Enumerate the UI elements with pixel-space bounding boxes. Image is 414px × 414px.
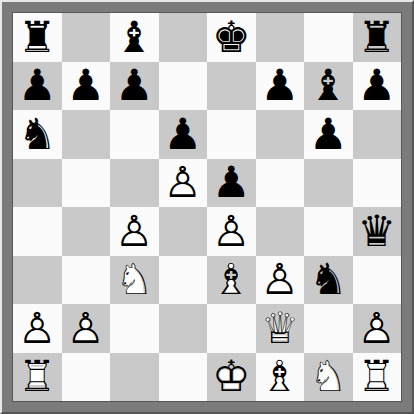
piece-white-knight-fill: ♞ — [110, 256, 159, 305]
piece-white-knight-fill: ♞ — [304, 353, 353, 402]
square-b5[interactable] — [62, 159, 111, 208]
piece-white-queen-fill: ♛ — [256, 304, 305, 353]
piece-white-pawn-icon: ♙ — [159, 159, 208, 208]
square-f2[interactable]: ♛♕ — [256, 304, 305, 353]
piece-white-king-fill: ♚ — [207, 353, 256, 402]
square-e5[interactable]: ♟ — [207, 159, 256, 208]
square-e4[interactable]: ♟♙ — [207, 207, 256, 256]
square-d2[interactable] — [159, 304, 208, 353]
square-a7[interactable]: ♟ — [13, 62, 62, 111]
square-h4[interactable]: ♛ — [353, 207, 402, 256]
square-c7[interactable]: ♟ — [110, 62, 159, 111]
piece-black-queen-icon: ♛ — [353, 207, 402, 256]
square-g7[interactable]: ♝ — [304, 62, 353, 111]
board-frame: ♜♝♚♜♟♟♟♟♝♟♞♟♟♟♙♟♟♙♟♙♛♞♘♝♗♟♙♞♟♙♟♙♛♕♟♙♜♖♚♔… — [0, 0, 414, 414]
piece-white-pawn-fill: ♟ — [13, 304, 62, 353]
square-d4[interactable] — [159, 207, 208, 256]
square-b3[interactable] — [62, 256, 111, 305]
piece-white-pawn-fill: ♟ — [256, 256, 305, 305]
piece-black-bishop-icon: ♝ — [110, 13, 159, 62]
square-b4[interactable] — [62, 207, 111, 256]
square-b1[interactable] — [62, 353, 111, 402]
square-g4[interactable] — [304, 207, 353, 256]
square-g2[interactable] — [304, 304, 353, 353]
piece-white-rook-icon: ♖ — [353, 353, 402, 402]
piece-white-pawn-icon: ♙ — [353, 304, 402, 353]
square-b7[interactable]: ♟ — [62, 62, 111, 111]
piece-black-rook-icon: ♜ — [353, 13, 402, 62]
piece-black-knight-icon: ♞ — [304, 256, 353, 305]
piece-black-pawn-icon: ♟ — [256, 62, 305, 111]
square-e7[interactable] — [207, 62, 256, 111]
square-c2[interactable] — [110, 304, 159, 353]
piece-white-knight-icon: ♘ — [304, 353, 353, 402]
square-b6[interactable] — [62, 110, 111, 159]
square-g1[interactable]: ♞♘ — [304, 353, 353, 402]
piece-white-pawn-icon: ♙ — [256, 256, 305, 305]
square-a5[interactable] — [13, 159, 62, 208]
piece-black-pawn-icon: ♟ — [62, 62, 111, 111]
piece-black-rook-icon: ♜ — [13, 13, 62, 62]
piece-black-pawn-icon: ♟ — [159, 110, 208, 159]
square-h7[interactable]: ♟ — [353, 62, 402, 111]
piece-black-king-icon: ♚ — [207, 13, 256, 62]
square-h5[interactable] — [353, 159, 402, 208]
square-h3[interactable] — [353, 256, 402, 305]
piece-black-pawn-icon: ♟ — [110, 62, 159, 111]
piece-white-bishop-fill: ♝ — [256, 353, 305, 402]
square-c1[interactable] — [110, 353, 159, 402]
square-h2[interactable]: ♟♙ — [353, 304, 402, 353]
piece-black-pawn-icon: ♟ — [207, 159, 256, 208]
square-f1[interactable]: ♝♗ — [256, 353, 305, 402]
piece-white-queen-icon: ♕ — [256, 304, 305, 353]
piece-white-pawn-fill: ♟ — [207, 207, 256, 256]
square-f3[interactable]: ♟♙ — [256, 256, 305, 305]
piece-white-pawn-icon: ♙ — [13, 304, 62, 353]
square-e1[interactable]: ♚♔ — [207, 353, 256, 402]
square-f4[interactable] — [256, 207, 305, 256]
square-e8[interactable]: ♚ — [207, 13, 256, 62]
piece-black-knight-icon: ♞ — [13, 110, 62, 159]
piece-white-king-icon: ♔ — [207, 353, 256, 402]
piece-white-bishop-fill: ♝ — [207, 256, 256, 305]
square-c8[interactable]: ♝ — [110, 13, 159, 62]
square-f7[interactable]: ♟ — [256, 62, 305, 111]
square-h1[interactable]: ♜♖ — [353, 353, 402, 402]
square-b8[interactable] — [62, 13, 111, 62]
square-g5[interactable] — [304, 159, 353, 208]
square-g3[interactable]: ♞ — [304, 256, 353, 305]
square-a1[interactable]: ♜♖ — [13, 353, 62, 402]
square-e6[interactable] — [207, 110, 256, 159]
square-g8[interactable] — [304, 13, 353, 62]
piece-white-pawn-icon: ♙ — [207, 207, 256, 256]
square-d1[interactable] — [159, 353, 208, 402]
piece-white-pawn-fill: ♟ — [159, 159, 208, 208]
piece-white-rook-icon: ♖ — [13, 353, 62, 402]
square-d7[interactable] — [159, 62, 208, 111]
piece-white-pawn-fill: ♟ — [62, 304, 111, 353]
piece-white-bishop-icon: ♗ — [256, 353, 305, 402]
piece-white-knight-icon: ♘ — [110, 256, 159, 305]
piece-white-pawn-icon: ♙ — [62, 304, 111, 353]
piece-white-pawn-fill: ♟ — [110, 207, 159, 256]
square-a3[interactable] — [13, 256, 62, 305]
square-d5[interactable]: ♟♙ — [159, 159, 208, 208]
piece-black-pawn-icon: ♟ — [13, 62, 62, 111]
square-d6[interactable]: ♟ — [159, 110, 208, 159]
square-d8[interactable] — [159, 13, 208, 62]
square-a8[interactable]: ♜ — [13, 13, 62, 62]
piece-white-rook-fill: ♜ — [13, 353, 62, 402]
square-a4[interactable] — [13, 207, 62, 256]
piece-black-pawn-icon: ♟ — [304, 110, 353, 159]
square-b2[interactable]: ♟♙ — [62, 304, 111, 353]
piece-white-bishop-icon: ♗ — [207, 256, 256, 305]
square-f8[interactable] — [256, 13, 305, 62]
square-d3[interactable] — [159, 256, 208, 305]
square-a6[interactable]: ♞ — [13, 110, 62, 159]
square-h6[interactable] — [353, 110, 402, 159]
chessboard: ♜♝♚♜♟♟♟♟♝♟♞♟♟♟♙♟♟♙♟♙♛♞♘♝♗♟♙♞♟♙♟♙♛♕♟♙♜♖♚♔… — [13, 13, 401, 401]
piece-black-pawn-icon: ♟ — [353, 62, 402, 111]
square-e2[interactable] — [207, 304, 256, 353]
square-f5[interactable] — [256, 159, 305, 208]
piece-white-pawn-fill: ♟ — [353, 304, 402, 353]
square-a2[interactable]: ♟♙ — [13, 304, 62, 353]
square-c3[interactable]: ♞♘ — [110, 256, 159, 305]
square-f6[interactable] — [256, 110, 305, 159]
piece-white-rook-fill: ♜ — [353, 353, 402, 402]
square-c5[interactable] — [110, 159, 159, 208]
square-h8[interactable]: ♜ — [353, 13, 402, 62]
square-g6[interactable]: ♟ — [304, 110, 353, 159]
square-e3[interactable]: ♝♗ — [207, 256, 256, 305]
piece-black-bishop-icon: ♝ — [304, 62, 353, 111]
piece-white-pawn-icon: ♙ — [110, 207, 159, 256]
square-c6[interactable] — [110, 110, 159, 159]
square-c4[interactable]: ♟♙ — [110, 207, 159, 256]
